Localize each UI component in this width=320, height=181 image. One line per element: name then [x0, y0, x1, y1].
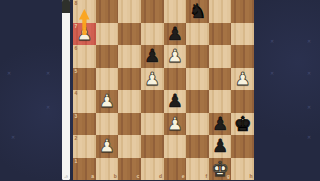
white-king-g1[interactable]: ♚ [209, 158, 232, 181]
sparkle-icon: ✕ [307, 105, 311, 110]
black-pawn-g2[interactable]: ♟ [209, 135, 232, 158]
square-h8[interactable] [231, 0, 254, 23]
square-a8[interactable]: 8 [73, 0, 96, 23]
rank-label-1: 1 [75, 159, 78, 164]
square-d7[interactable] [141, 23, 164, 46]
app-background: +9 87654321abcdefgh♞♟♟♟♟♟♟♟♟♟♟♚♟♟♚ ✕✕✕✕✕… [0, 0, 320, 180]
chess-board[interactable]: 87654321abcdefgh♞♟♟♟♟♟♟♟♟♟♟♚♟♟♚ [73, 0, 254, 180]
square-a6[interactable]: 6 [73, 45, 96, 68]
eval-bar: +9 [62, 0, 70, 180]
file-label-e: e [182, 174, 185, 179]
black-pawn-e4[interactable]: ♟ [164, 90, 187, 113]
square-a4[interactable]: 4 [73, 90, 96, 113]
square-h7[interactable] [231, 23, 254, 46]
square-f3[interactable] [186, 113, 209, 136]
square-b1[interactable]: b [96, 158, 119, 181]
white-pawn-d5[interactable]: ♟ [141, 68, 164, 91]
square-c4[interactable] [118, 90, 141, 113]
square-e1[interactable]: e [164, 158, 187, 181]
square-a3[interactable]: 3 [73, 113, 96, 136]
square-c5[interactable] [118, 68, 141, 91]
sparkle-icon: ✕ [307, 39, 311, 44]
black-pawn-e7[interactable]: ♟ [164, 23, 187, 46]
square-h4[interactable] [231, 90, 254, 113]
square-e2[interactable] [164, 135, 187, 158]
square-c8[interactable] [118, 0, 141, 23]
square-a2[interactable]: 2 [73, 135, 96, 158]
square-f7[interactable] [186, 23, 209, 46]
file-label-b: b [114, 174, 117, 179]
sparkle-icon: ✕ [270, 71, 274, 76]
square-a5[interactable]: 5 [73, 68, 96, 91]
eval-score: +9 [62, 176, 70, 179]
sparkle-icon: ✕ [307, 71, 311, 76]
square-f1[interactable]: f [186, 158, 209, 181]
white-pawn-e6[interactable]: ♟ [164, 45, 187, 68]
white-pawn-b4[interactable]: ♟ [96, 90, 119, 113]
square-a1[interactable]: 1a [73, 158, 96, 181]
rank-label-4: 4 [75, 91, 78, 96]
sparkle-icon: ✕ [307, 135, 311, 140]
square-d3[interactable] [141, 113, 164, 136]
square-b5[interactable] [96, 68, 119, 91]
square-c7[interactable] [118, 23, 141, 46]
white-pawn-h5[interactable]: ♟ [231, 68, 254, 91]
sparkle-icon: ✕ [46, 105, 50, 110]
square-b3[interactable] [96, 113, 119, 136]
square-h1[interactable]: h [231, 158, 254, 181]
square-h2[interactable] [231, 135, 254, 158]
square-f2[interactable] [186, 135, 209, 158]
black-knight-f8[interactable]: ♞ [186, 0, 209, 23]
rank-label-5: 5 [75, 69, 78, 74]
square-f6[interactable] [186, 45, 209, 68]
square-g6[interactable] [209, 45, 232, 68]
square-b6[interactable] [96, 45, 119, 68]
square-f4[interactable] [186, 90, 209, 113]
square-g5[interactable] [209, 68, 232, 91]
sparkle-icon: ✕ [7, 71, 11, 76]
square-b7[interactable] [96, 23, 119, 46]
square-c3[interactable] [118, 113, 141, 136]
white-pawn-b2[interactable]: ♟ [96, 135, 119, 158]
rank-label-3: 3 [75, 114, 78, 119]
square-e8[interactable] [164, 0, 187, 23]
white-pawn-a7[interactable]: ♟ [73, 23, 96, 46]
white-pawn-e3[interactable]: ♟ [164, 113, 187, 136]
square-b8[interactable] [96, 0, 119, 23]
file-label-f: f [206, 174, 208, 179]
square-h6[interactable] [231, 45, 254, 68]
file-label-a: a [91, 174, 94, 179]
square-d1[interactable]: d [141, 158, 164, 181]
sparkle-icon: ✕ [11, 135, 15, 140]
sparkle-icon: ✕ [46, 71, 50, 76]
file-label-d: d [159, 174, 162, 179]
square-d4[interactable] [141, 90, 164, 113]
square-g4[interactable] [209, 90, 232, 113]
file-label-c: c [137, 174, 140, 179]
square-c1[interactable]: c [118, 158, 141, 181]
square-g8[interactable] [209, 0, 232, 23]
square-c2[interactable] [118, 135, 141, 158]
black-king-h3[interactable]: ♚ [231, 113, 254, 136]
eval-bar-black-portion [62, 0, 70, 13]
sparkle-icon: ✕ [270, 39, 274, 44]
square-d8[interactable] [141, 0, 164, 23]
square-e5[interactable] [164, 68, 187, 91]
square-d2[interactable] [141, 135, 164, 158]
black-pawn-g3[interactable]: ♟ [209, 113, 232, 136]
rank-label-2: 2 [75, 136, 78, 141]
square-g7[interactable] [209, 23, 232, 46]
file-label-h: h [249, 174, 252, 179]
square-f5[interactable] [186, 68, 209, 91]
rank-label-8: 8 [75, 1, 78, 6]
square-c6[interactable] [118, 45, 141, 68]
black-pawn-d6[interactable]: ♟ [141, 45, 164, 68]
rank-label-6: 6 [75, 46, 78, 51]
